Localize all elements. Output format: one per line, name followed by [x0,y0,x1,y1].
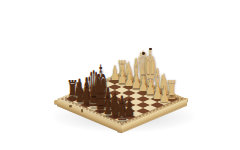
rook-glyph: ♜ [116,96,129,124]
finial [149,48,152,51]
pawn-glyph: ♟ [159,83,170,105]
chess-set-scene: ♜♟♟♜♞♟♟♞♝♟♟♝♛♟♟♛♚♟♟♚♝♟♟♝♞♟♟♞♜♟♟♜ [0,0,240,150]
product-photo-canvas: ♜♟♟♜♞♟♟♞♝♟♟♝♛♟♟♛♚♟♟♚♝♟♟♝♞♟♟♞♜♟♟♜ [0,0,240,150]
hinge-icon [69,105,72,108]
